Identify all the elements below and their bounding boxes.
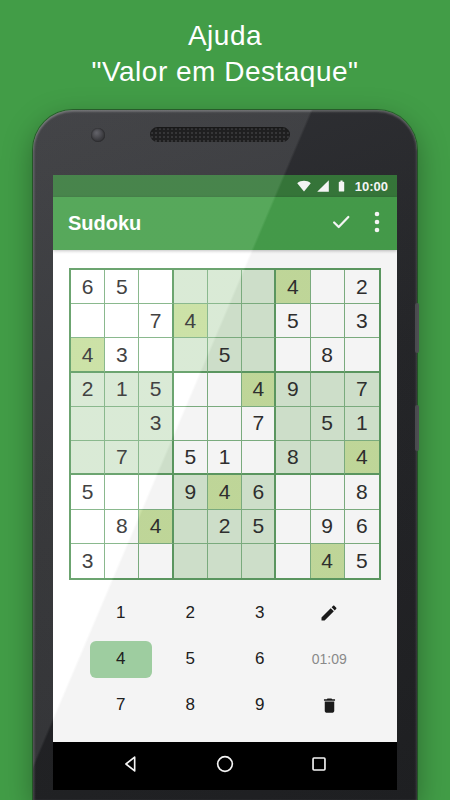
cell-r7c9[interactable]: 8	[345, 475, 379, 509]
front-camera	[91, 128, 105, 142]
cell-r8c3[interactable]: 4	[139, 510, 173, 544]
cell-r8c1[interactable]	[71, 510, 105, 544]
numpad-7[interactable]: 7	[90, 687, 152, 724]
cell-r3c6[interactable]	[242, 338, 276, 372]
caption-line2: "Valor em Destaque"	[0, 54, 450, 90]
cell-r6c8[interactable]	[311, 441, 345, 475]
phone-frame: 10:00 Sudoku 654274534358215497375175184…	[33, 110, 417, 800]
sudoku-board: 6542745343582154973751751845946884259634…	[69, 268, 381, 580]
app-title: Sudoku	[53, 212, 330, 235]
cell-r7c5[interactable]: 4	[208, 475, 242, 509]
cell-r7c6[interactable]: 6	[242, 475, 276, 509]
cell-r1c9[interactable]: 2	[345, 270, 379, 304]
cell-r4c8[interactable]	[311, 373, 345, 407]
cell-r3c9[interactable]	[345, 338, 379, 372]
numpad-1[interactable]: 1	[90, 595, 152, 632]
cell-r9c9[interactable]: 5	[345, 544, 379, 578]
cell-r8c6[interactable]: 5	[242, 510, 276, 544]
screen: 10:00 Sudoku 654274534358215497375175184…	[53, 175, 397, 790]
cell-r1c7[interactable]: 4	[276, 270, 310, 304]
earpiece-speaker	[150, 127, 290, 142]
cell-r6c4[interactable]: 5	[174, 441, 208, 475]
cell-r3c8[interactable]: 8	[311, 338, 345, 372]
cell-r8c9[interactable]: 6	[345, 510, 379, 544]
app-bar: Sudoku	[53, 197, 397, 250]
cell-r4c1[interactable]: 2	[71, 373, 105, 407]
cell-r4c2[interactable]: 1	[105, 373, 139, 407]
cell-r8c4[interactable]	[174, 510, 208, 544]
numpad-2[interactable]: 2	[159, 595, 221, 632]
cell-r6c1[interactable]	[71, 441, 105, 475]
wifi-icon	[297, 179, 311, 193]
cell-r7c2[interactable]	[105, 475, 139, 509]
status-bar: 10:00	[53, 175, 397, 197]
cell-r5c6[interactable]: 7	[242, 407, 276, 441]
numpad-3[interactable]: 3	[229, 595, 291, 632]
caption-line1: Ajuda	[0, 18, 450, 54]
cell-r7c4[interactable]: 9	[174, 475, 208, 509]
cell-r6c9[interactable]: 4	[345, 441, 379, 475]
cell-r2c9[interactable]: 3	[345, 304, 379, 338]
cell-r1c4[interactable]	[174, 270, 208, 304]
cell-r3c7[interactable]	[276, 338, 310, 372]
cell-r8c5[interactable]: 2	[208, 510, 242, 544]
cell-r2c2[interactable]	[105, 304, 139, 338]
cell-r5c9[interactable]: 1	[345, 407, 379, 441]
cell-r6c5[interactable]: 1	[208, 441, 242, 475]
cell-r7c7[interactable]	[276, 475, 310, 509]
numpad-8[interactable]: 8	[159, 687, 221, 724]
cell-r2c1[interactable]	[71, 304, 105, 338]
numpad-4[interactable]: 4	[90, 641, 152, 678]
cell-r4c9[interactable]: 7	[345, 373, 379, 407]
home-button[interactable]	[214, 753, 236, 779]
cell-r4c6[interactable]: 4	[242, 373, 276, 407]
status-time: 10:00	[355, 179, 388, 194]
cell-r1c3[interactable]	[139, 270, 173, 304]
cell-r8c2[interactable]: 8	[105, 510, 139, 544]
cell-r2c6[interactable]	[242, 304, 276, 338]
cell-r9c6[interactable]	[242, 544, 276, 578]
battery-icon	[335, 179, 348, 193]
cell-r7c1[interactable]: 5	[71, 475, 105, 509]
help-caption: Ajuda "Valor em Destaque"	[0, 18, 450, 90]
content-area: 6542745343582154973751751845946884259634…	[53, 250, 397, 742]
cell-r5c2[interactable]	[105, 407, 139, 441]
cell-r1c6[interactable]	[242, 270, 276, 304]
cell-r3c2[interactable]: 3	[105, 338, 139, 372]
cell-r2c4[interactable]: 4	[174, 304, 208, 338]
cell-r3c5[interactable]: 5	[208, 338, 242, 372]
cell-r1c5[interactable]	[208, 270, 242, 304]
nav-bar	[53, 742, 397, 790]
recents-button[interactable]	[308, 753, 330, 779]
cell-r7c8[interactable]	[311, 475, 345, 509]
cell-r6c2[interactable]: 7	[105, 441, 139, 475]
cell-r9c4[interactable]	[174, 544, 208, 578]
cell-r9c3[interactable]	[139, 544, 173, 578]
cell-r5c1[interactable]	[71, 407, 105, 441]
cell-r9c8[interactable]: 4	[311, 544, 345, 578]
cell-r5c5[interactable]	[208, 407, 242, 441]
cellular-signal-icon	[316, 179, 330, 193]
timer: 01:09	[312, 651, 347, 667]
overflow-menu-icon[interactable]	[374, 210, 380, 238]
numpad-5[interactable]: 5	[159, 641, 221, 678]
cell-r2c7[interactable]: 5	[276, 304, 310, 338]
cell-r4c3[interactable]: 5	[139, 373, 173, 407]
numpad: 1 2 3 4 5 6 01:09 7 8 9	[86, 590, 364, 728]
trash-icon[interactable]	[312, 688, 346, 722]
cell-r4c4[interactable]	[174, 373, 208, 407]
cell-r9c7[interactable]	[276, 544, 310, 578]
cell-r5c8[interactable]: 5	[311, 407, 345, 441]
cell-r1c2[interactable]: 5	[105, 270, 139, 304]
cell-r7c3[interactable]	[139, 475, 173, 509]
cell-r2c8[interactable]	[311, 304, 345, 338]
cell-r3c4[interactable]	[174, 338, 208, 372]
cell-r4c7[interactable]: 9	[276, 373, 310, 407]
power-button	[415, 303, 419, 353]
cell-r3c1[interactable]: 4	[71, 338, 105, 372]
cell-r2c3[interactable]: 7	[139, 304, 173, 338]
cell-r2c5[interactable]	[208, 304, 242, 338]
cell-r1c1[interactable]: 6	[71, 270, 105, 304]
numpad-6[interactable]: 6	[229, 641, 291, 678]
cell-r3c3[interactable]	[139, 338, 173, 372]
cell-r9c2[interactable]	[105, 544, 139, 578]
pencil-icon[interactable]	[312, 596, 346, 630]
check-icon[interactable]	[330, 211, 352, 237]
cell-r8c8[interactable]: 9	[311, 510, 345, 544]
cell-r5c4[interactable]	[174, 407, 208, 441]
cell-r8c7[interactable]	[276, 510, 310, 544]
cell-r4c5[interactable]	[208, 373, 242, 407]
back-button[interactable]	[120, 753, 142, 779]
numpad-9[interactable]: 9	[229, 687, 291, 724]
cell-r1c8[interactable]	[311, 270, 345, 304]
cell-r6c7[interactable]: 8	[276, 441, 310, 475]
cell-r6c6[interactable]	[242, 441, 276, 475]
cell-r9c1[interactable]: 3	[71, 544, 105, 578]
cell-r6c3[interactable]	[139, 441, 173, 475]
cell-r5c7[interactable]	[276, 407, 310, 441]
cell-r9c5[interactable]	[208, 544, 242, 578]
volume-button	[415, 405, 419, 451]
cell-r5c3[interactable]: 3	[139, 407, 173, 441]
